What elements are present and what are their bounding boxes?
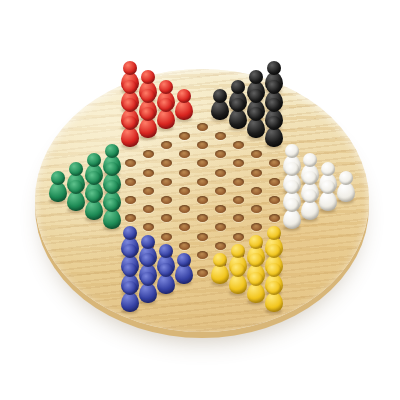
peg-head [249, 235, 263, 249]
board-hole[interactable] [125, 196, 136, 204]
board-hole[interactable] [251, 187, 262, 195]
board-hole[interactable] [251, 223, 262, 231]
peg-white[interactable] [319, 180, 337, 213]
peg-head [267, 116, 281, 130]
board-hole[interactable] [179, 132, 190, 140]
photo-background [0, 0, 400, 400]
board-hole[interactable] [269, 214, 280, 222]
peg-black[interactable] [265, 116, 283, 149]
peg-head [267, 263, 281, 277]
peg-head [51, 171, 65, 185]
peg-body [319, 191, 337, 211]
peg-head [123, 116, 137, 130]
peg-green[interactable] [103, 198, 121, 231]
board-hole[interactable] [233, 233, 244, 241]
peg-head [159, 263, 173, 277]
peg-blue[interactable] [175, 253, 193, 286]
peg-body [247, 283, 265, 303]
peg-black[interactable] [247, 107, 265, 140]
board-hole[interactable] [233, 196, 244, 204]
board-hole[interactable] [161, 196, 172, 204]
board-hole[interactable] [251, 169, 262, 177]
peg-black[interactable] [211, 89, 229, 122]
peg-head [231, 263, 245, 277]
peg-head [339, 171, 353, 185]
peg-body [211, 264, 229, 284]
board-hole[interactable] [143, 187, 154, 195]
peg-head [105, 162, 119, 176]
peg-red[interactable] [121, 116, 139, 149]
peg-body [85, 200, 103, 220]
peg-black[interactable] [229, 98, 247, 131]
peg-blue[interactable] [121, 281, 139, 314]
peg-yellow[interactable] [211, 253, 229, 286]
board-hole[interactable] [143, 150, 154, 158]
peg-body [139, 283, 157, 303]
board-hole[interactable] [215, 132, 226, 140]
peg-white[interactable] [301, 189, 319, 222]
peg-red[interactable] [157, 98, 175, 131]
peg-body [121, 127, 139, 147]
board-hole[interactable] [233, 159, 244, 167]
peg-body [337, 182, 355, 202]
board-hole[interactable] [197, 214, 208, 222]
board-hole[interactable] [179, 169, 190, 177]
peg-head [123, 263, 137, 277]
peg-head [285, 144, 299, 158]
peg-head [141, 89, 155, 103]
peg-body [301, 200, 319, 220]
board-hole[interactable] [143, 169, 154, 177]
board-surface [35, 69, 369, 332]
board-hole[interactable] [179, 223, 190, 231]
peg-head [177, 89, 191, 103]
peg-head [123, 226, 137, 240]
board-hole[interactable] [197, 251, 208, 259]
peg-head [141, 272, 155, 286]
peg-head [69, 162, 83, 176]
peg-white[interactable] [337, 171, 355, 204]
peg-head [303, 171, 317, 185]
peg-head [249, 272, 263, 286]
peg-head [141, 107, 155, 121]
peg-body [121, 292, 139, 312]
board-hole[interactable] [233, 178, 244, 186]
peg-head [249, 107, 263, 121]
peg-body [175, 264, 193, 284]
peg-head [123, 281, 137, 295]
peg-red[interactable] [139, 107, 157, 140]
board-hole[interactable] [197, 196, 208, 204]
board-hole[interactable] [215, 242, 226, 250]
peg-body [157, 274, 175, 294]
peg-green[interactable] [49, 171, 67, 204]
peg-body [175, 100, 193, 120]
board-hole[interactable] [161, 178, 172, 186]
peg-green[interactable] [67, 180, 85, 213]
board-hole[interactable] [143, 223, 154, 231]
board-hole[interactable] [179, 187, 190, 195]
board-hole[interactable] [197, 141, 208, 149]
board-hole[interactable] [233, 214, 244, 222]
peg-body [265, 292, 283, 312]
board-hole[interactable] [269, 159, 280, 167]
peg-head [231, 98, 245, 112]
board-hole[interactable] [197, 123, 208, 131]
board-hole[interactable] [197, 178, 208, 186]
peg-body [265, 127, 283, 147]
board-hole[interactable] [161, 214, 172, 222]
peg-body [49, 182, 67, 202]
board-hole[interactable] [125, 159, 136, 167]
peg-head [105, 144, 119, 158]
board-hole[interactable] [197, 269, 208, 277]
board-hole[interactable] [143, 205, 154, 213]
board-hole[interactable] [161, 233, 172, 241]
board-hole[interactable] [215, 205, 226, 213]
peg-head [123, 80, 137, 94]
peg-body [211, 100, 229, 120]
peg-body [283, 209, 301, 229]
board-hole[interactable] [215, 223, 226, 231]
peg-head [321, 162, 335, 176]
peg-head [267, 226, 281, 240]
board-hole[interactable] [197, 159, 208, 167]
peg-head [267, 281, 281, 295]
peg-body [67, 191, 85, 211]
peg-head [87, 171, 101, 185]
peg-body [103, 209, 121, 229]
peg-head [159, 98, 173, 112]
peg-body [247, 118, 265, 138]
peg-head [231, 80, 245, 94]
peg-green[interactable] [85, 189, 103, 222]
board-hole[interactable] [125, 214, 136, 222]
peg-head [285, 162, 299, 176]
peg-head [267, 80, 281, 94]
board-hole[interactable] [215, 187, 226, 195]
peg-head [303, 153, 317, 167]
board-hole[interactable] [251, 205, 262, 213]
board-hole[interactable] [197, 233, 208, 241]
game-board [0, 0, 400, 400]
peg-head [141, 235, 155, 249]
board-hole[interactable] [269, 196, 280, 204]
board-hole[interactable] [161, 141, 172, 149]
peg-head [87, 153, 101, 167]
peg-body [229, 274, 247, 294]
peg-blue[interactable] [157, 263, 175, 296]
board-hole[interactable] [251, 150, 262, 158]
peg-red[interactable] [175, 89, 193, 122]
board-hole[interactable] [179, 242, 190, 250]
board-hole[interactable] [233, 141, 244, 149]
board-hole[interactable] [215, 150, 226, 158]
board-hole[interactable] [215, 169, 226, 177]
peg-yellow[interactable] [247, 272, 265, 305]
peg-yellow[interactable] [229, 263, 247, 296]
peg-yellow[interactable] [265, 281, 283, 314]
board-hole[interactable] [179, 205, 190, 213]
peg-head [123, 98, 137, 112]
peg-body [157, 109, 175, 129]
peg-head [159, 80, 173, 94]
peg-blue[interactable] [139, 272, 157, 305]
board-hole[interactable] [161, 159, 172, 167]
peg-white[interactable] [283, 198, 301, 231]
peg-head [249, 89, 263, 103]
board-hole[interactable] [179, 150, 190, 158]
board-hole[interactable] [269, 178, 280, 186]
board-hole[interactable] [125, 178, 136, 186]
peg-head [267, 98, 281, 112]
peg-body [229, 109, 247, 129]
peg-head [213, 89, 227, 103]
peg-body [139, 118, 157, 138]
